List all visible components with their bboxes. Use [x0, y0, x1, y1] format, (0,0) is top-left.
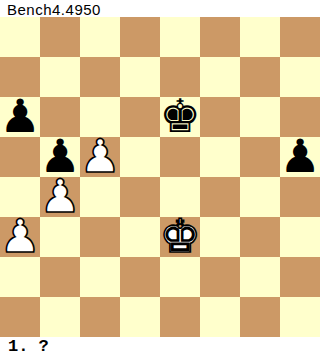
square-b8[interactable]: [40, 17, 80, 57]
square-b4[interactable]: ♟: [40, 177, 80, 217]
square-d5[interactable]: [120, 137, 160, 177]
square-e1[interactable]: [160, 297, 200, 337]
square-g2[interactable]: [240, 257, 280, 297]
white-pawn[interactable]: ♟: [0, 213, 41, 259]
square-d2[interactable]: [120, 257, 160, 297]
square-a2[interactable]: [0, 257, 40, 297]
square-a8[interactable]: [0, 17, 40, 57]
square-f1[interactable]: [200, 297, 240, 337]
black-pawn[interactable]: ♟: [279, 133, 320, 179]
white-king[interactable]: ♚: [159, 213, 200, 259]
square-b1[interactable]: [40, 297, 80, 337]
square-h1[interactable]: [280, 297, 320, 337]
white-pawn[interactable]: ♟: [79, 133, 120, 179]
square-d1[interactable]: [120, 297, 160, 337]
square-b3[interactable]: [40, 217, 80, 257]
square-c4[interactable]: [80, 177, 120, 217]
square-h2[interactable]: [280, 257, 320, 297]
square-f2[interactable]: [200, 257, 240, 297]
square-c8[interactable]: [80, 17, 120, 57]
diagram-title: Bench4.4950: [7, 1, 101, 18]
square-e8[interactable]: [160, 17, 200, 57]
square-g3[interactable]: [240, 217, 280, 257]
square-e2[interactable]: [160, 257, 200, 297]
square-a5[interactable]: [0, 137, 40, 177]
square-c1[interactable]: [80, 297, 120, 337]
square-e5[interactable]: [160, 137, 200, 177]
square-c3[interactable]: [80, 217, 120, 257]
square-g8[interactable]: [240, 17, 280, 57]
black-king[interactable]: ♚: [159, 93, 200, 139]
square-h5[interactable]: ♟: [280, 137, 320, 177]
square-g6[interactable]: [240, 97, 280, 137]
square-g5[interactable]: [240, 137, 280, 177]
square-g4[interactable]: [240, 177, 280, 217]
square-e3[interactable]: ♚: [160, 217, 200, 257]
square-f3[interactable]: [200, 217, 240, 257]
square-c5[interactable]: ♟: [80, 137, 120, 177]
square-b2[interactable]: [40, 257, 80, 297]
square-c7[interactable]: [80, 57, 120, 97]
square-h4[interactable]: [280, 177, 320, 217]
square-f5[interactable]: [200, 137, 240, 177]
square-d8[interactable]: [120, 17, 160, 57]
square-h8[interactable]: [280, 17, 320, 57]
square-f4[interactable]: [200, 177, 240, 217]
square-e6[interactable]: ♚: [160, 97, 200, 137]
square-f6[interactable]: [200, 97, 240, 137]
square-d6[interactable]: [120, 97, 160, 137]
square-h3[interactable]: [280, 217, 320, 257]
chess-board: ♟♚♟♟♟♟♟♚: [0, 17, 320, 337]
square-b7[interactable]: [40, 57, 80, 97]
black-pawn[interactable]: ♟: [0, 93, 41, 139]
square-g1[interactable]: [240, 297, 280, 337]
square-f7[interactable]: [200, 57, 240, 97]
square-d4[interactable]: [120, 177, 160, 217]
white-pawn[interactable]: ♟: [39, 173, 80, 219]
square-a6[interactable]: ♟: [0, 97, 40, 137]
square-f8[interactable]: [200, 17, 240, 57]
square-d3[interactable]: [120, 217, 160, 257]
move-prompt: 1. ?: [8, 337, 49, 356]
square-g7[interactable]: [240, 57, 280, 97]
square-a3[interactable]: ♟: [0, 217, 40, 257]
square-a1[interactable]: [0, 297, 40, 337]
square-h7[interactable]: [280, 57, 320, 97]
square-c2[interactable]: [80, 257, 120, 297]
square-d7[interactable]: [120, 57, 160, 97]
